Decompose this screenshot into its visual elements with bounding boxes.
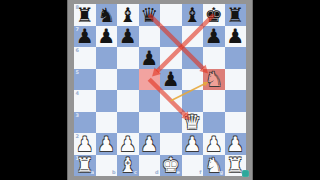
square-e4[interactable] xyxy=(160,90,182,112)
square-f8[interactable]: ♝ xyxy=(182,4,204,26)
square-c3[interactable] xyxy=(117,112,139,134)
square-a4[interactable]: 4 xyxy=(74,90,96,112)
square-b7[interactable]: ♟ xyxy=(96,26,118,48)
white-pawn-d2: ♟ xyxy=(140,134,158,154)
square-d5[interactable] xyxy=(139,69,161,91)
black-rook-h8: ♜ xyxy=(226,5,244,25)
square-g1[interactable]: g♞ xyxy=(203,155,225,177)
square-e8[interactable] xyxy=(160,4,182,26)
black-pawn-c7: ♟ xyxy=(119,26,137,46)
square-f3[interactable]: ♛ xyxy=(182,112,204,134)
coord-file-c: c xyxy=(134,170,137,175)
square-h6[interactable] xyxy=(225,47,247,69)
black-rook-a8: ♜ xyxy=(76,5,94,25)
black-pawn-a7: ♟ xyxy=(76,26,94,46)
square-d4[interactable] xyxy=(139,90,161,112)
white-king-e1: ♚ xyxy=(162,155,180,175)
video-frame: 8♜♞♝♛♝♚♜7♟♟♟♟♟6♟5♟♞43♛2♟♟♟♟♟♟♟1a♜bc♝de♚f… xyxy=(0,0,320,180)
square-e1[interactable]: e♚ xyxy=(160,155,182,177)
square-a6[interactable]: 6 xyxy=(74,47,96,69)
white-bishop-c1: ♝ xyxy=(119,155,137,175)
square-g7[interactable]: ♟ xyxy=(203,26,225,48)
square-b8[interactable]: ♞ xyxy=(96,4,118,26)
square-c7[interactable]: ♟ xyxy=(117,26,139,48)
square-g3[interactable] xyxy=(203,112,225,134)
square-d8[interactable]: ♛ xyxy=(139,4,161,26)
watermark-icon xyxy=(242,170,249,177)
square-c1[interactable]: c♝ xyxy=(117,155,139,177)
square-a3[interactable]: 3 xyxy=(74,112,96,134)
square-g4[interactable] xyxy=(203,90,225,112)
square-h5[interactable] xyxy=(225,69,247,91)
white-pawn-g2: ♟ xyxy=(205,134,223,154)
chess-board-frame: 8♜♞♝♛♝♚♜7♟♟♟♟♟6♟5♟♞43♛2♟♟♟♟♟♟♟1a♜bc♝de♚f… xyxy=(67,0,253,180)
square-a2[interactable]: 2♟ xyxy=(74,133,96,155)
coord-rank-4: 4 xyxy=(76,91,79,96)
white-rook-a1: ♜ xyxy=(76,155,94,175)
white-knight-g1: ♞ xyxy=(205,155,223,175)
square-h8[interactable]: ♜ xyxy=(225,4,247,26)
square-g6[interactable] xyxy=(203,47,225,69)
square-a8[interactable]: 8♜ xyxy=(74,4,96,26)
square-f2[interactable]: ♟ xyxy=(182,133,204,155)
square-e3[interactable] xyxy=(160,112,182,134)
square-b1[interactable]: b xyxy=(96,155,118,177)
white-pawn-h2: ♟ xyxy=(226,134,244,154)
coord-file-a: a xyxy=(91,170,94,175)
square-f7[interactable] xyxy=(182,26,204,48)
square-h4[interactable] xyxy=(225,90,247,112)
square-h2[interactable]: ♟ xyxy=(225,133,247,155)
black-knight-b8: ♞ xyxy=(97,5,115,25)
coord-file-g: g xyxy=(219,170,223,175)
square-a7[interactable]: 7♟ xyxy=(74,26,96,48)
square-e2[interactable] xyxy=(160,133,182,155)
square-c6[interactable] xyxy=(117,47,139,69)
square-d3[interactable] xyxy=(139,112,161,134)
white-pawn-a2: ♟ xyxy=(76,134,94,154)
white-queen-f3: ♛ xyxy=(183,112,201,132)
square-c8[interactable]: ♝ xyxy=(117,4,139,26)
square-g8[interactable]: ♚ xyxy=(203,4,225,26)
black-pawn-d6: ♟ xyxy=(140,48,158,68)
white-pawn-f2: ♟ xyxy=(183,134,201,154)
square-b3[interactable] xyxy=(96,112,118,134)
letterbox-left xyxy=(0,0,67,180)
square-g5[interactable]: ♞ xyxy=(203,69,225,91)
square-b6[interactable] xyxy=(96,47,118,69)
coord-file-f: f xyxy=(199,170,201,175)
white-knight-g5: ♞ xyxy=(205,69,223,89)
black-queen-d8: ♛ xyxy=(140,5,158,25)
chess-board: 8♜♞♝♛♝♚♜7♟♟♟♟♟6♟5♟♞43♛2♟♟♟♟♟♟♟1a♜bc♝de♚f… xyxy=(74,4,246,176)
white-pawn-b2: ♟ xyxy=(97,134,115,154)
square-d1[interactable]: d xyxy=(139,155,161,177)
coord-rank-1: 1 xyxy=(76,156,79,161)
square-f4[interactable] xyxy=(182,90,204,112)
square-b4[interactable] xyxy=(96,90,118,112)
square-b2[interactable]: ♟ xyxy=(96,133,118,155)
square-f1[interactable]: f xyxy=(182,155,204,177)
coord-file-e: e xyxy=(177,170,180,175)
black-pawn-g7: ♟ xyxy=(205,26,223,46)
black-pawn-e5: ♟ xyxy=(162,69,180,89)
coord-rank-5: 5 xyxy=(76,70,79,75)
black-bishop-c8: ♝ xyxy=(119,5,137,25)
coord-rank-8: 8 xyxy=(76,5,79,10)
black-bishop-f8: ♝ xyxy=(183,5,201,25)
coord-rank-6: 6 xyxy=(76,48,79,53)
square-d2[interactable]: ♟ xyxy=(139,133,161,155)
letterbox-right xyxy=(253,0,320,180)
square-e5[interactable]: ♟ xyxy=(160,69,182,91)
square-a5[interactable]: 5 xyxy=(74,69,96,91)
square-h7[interactable]: ♟ xyxy=(225,26,247,48)
square-g2[interactable]: ♟ xyxy=(203,133,225,155)
square-f5[interactable] xyxy=(182,69,204,91)
square-h3[interactable] xyxy=(225,112,247,134)
square-d7[interactable] xyxy=(139,26,161,48)
square-d6[interactable]: ♟ xyxy=(139,47,161,69)
coord-rank-7: 7 xyxy=(76,27,79,32)
square-c2[interactable]: ♟ xyxy=(117,133,139,155)
square-e6[interactable] xyxy=(160,47,182,69)
black-pawn-b7: ♟ xyxy=(97,26,115,46)
square-b5[interactable] xyxy=(96,69,118,91)
square-f6[interactable] xyxy=(182,47,204,69)
square-a1[interactable]: 1a♜ xyxy=(74,155,96,177)
coord-file-b: b xyxy=(112,170,116,175)
coord-file-d: d xyxy=(155,170,159,175)
black-pawn-h7: ♟ xyxy=(226,26,244,46)
coord-rank-2: 2 xyxy=(76,134,79,139)
coord-rank-3: 3 xyxy=(76,113,79,118)
square-c5[interactable] xyxy=(117,69,139,91)
white-pawn-c2: ♟ xyxy=(119,134,137,154)
square-c4[interactable] xyxy=(117,90,139,112)
black-king-g8: ♚ xyxy=(205,5,223,25)
square-e7[interactable] xyxy=(160,26,182,48)
